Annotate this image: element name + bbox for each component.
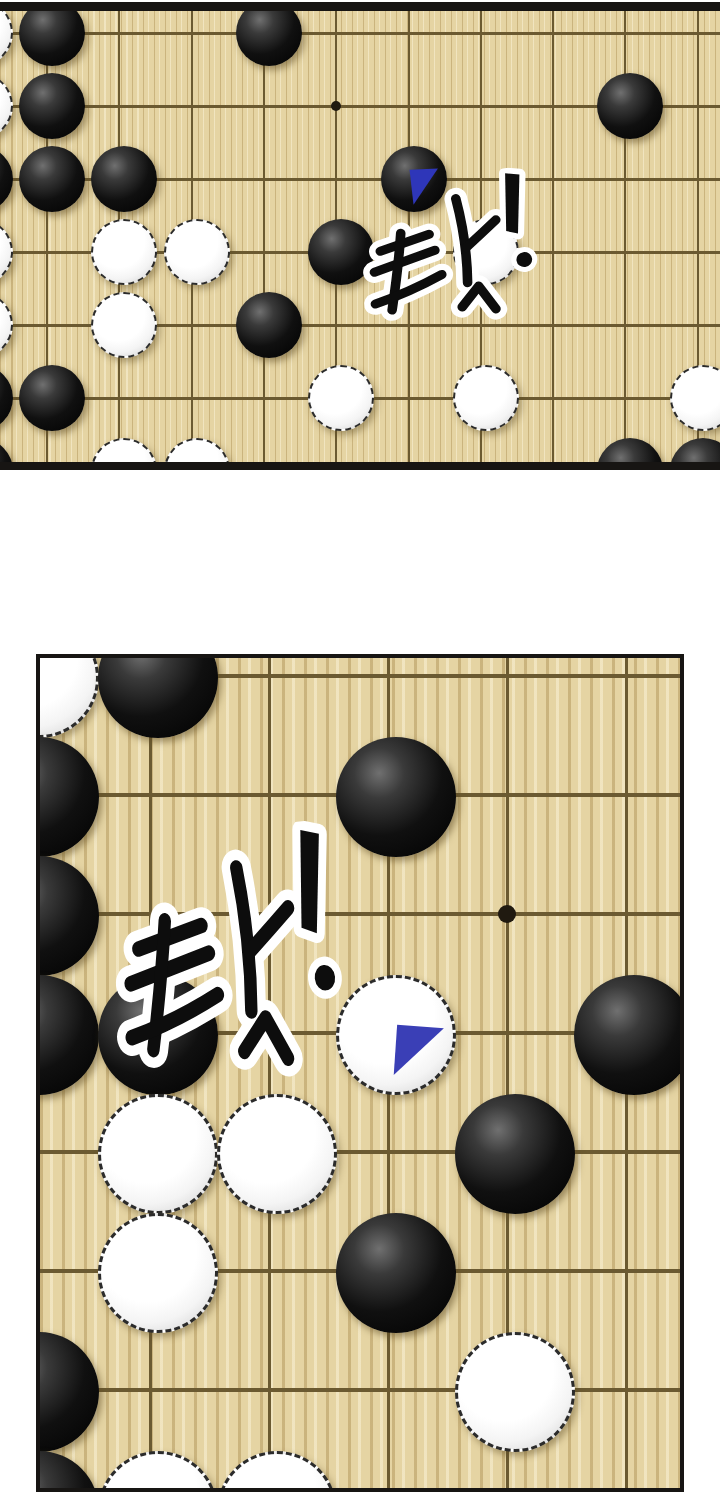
go-stone-white: [98, 1213, 218, 1333]
go-stone-white: [670, 365, 720, 431]
sound-effect-calligraphy: [89, 818, 364, 1110]
go-stone-white: [0, 73, 13, 139]
go-stone-white: [308, 365, 374, 431]
go-stone-black: [574, 975, 680, 1095]
go-stone-white: [91, 292, 157, 358]
go-stone-black: [455, 1094, 575, 1214]
go-stone-white: [455, 1332, 575, 1452]
go-stone-black: [91, 146, 157, 212]
go-stone-black: [19, 146, 85, 212]
go-board: [0, 11, 720, 462]
go-stone-black: [98, 658, 218, 738]
grid-line-vertical: [263, 11, 265, 462]
star-point: [498, 905, 516, 923]
go-stone-black: [597, 73, 663, 139]
go-board-panel-top: [0, 2, 720, 470]
go-stone-black: [40, 975, 99, 1095]
go-stone-black: [19, 73, 85, 139]
grid-line-vertical: [552, 11, 554, 462]
sfx-tak: [342, 164, 554, 347]
go-stone-black: [236, 292, 302, 358]
go-stone-black: [236, 11, 302, 66]
go-stone-black: [19, 365, 85, 431]
go-stone-black: [0, 438, 13, 462]
go-stone-black: [40, 1332, 99, 1452]
sound-effect-calligraphy: [342, 164, 554, 347]
go-stone-white: [0, 292, 13, 358]
go-stone-black: [19, 11, 85, 66]
star-point: [331, 101, 341, 111]
go-stone-white: [164, 438, 230, 462]
go-stone-black: [40, 737, 99, 857]
go-stone-white: [453, 365, 519, 431]
grid-line-horizontal: [0, 32, 720, 35]
go-stone-white: [91, 438, 157, 462]
go-stone-white: [164, 219, 230, 285]
grid-line-horizontal: [40, 1388, 680, 1392]
go-stone-white: [217, 1094, 337, 1214]
go-board-panel-bottom: [36, 654, 684, 1492]
go-stone-black: [336, 1213, 456, 1333]
go-stone-white: [98, 1094, 218, 1214]
go-stone-black: [336, 737, 456, 857]
go-stone-black: [40, 1451, 99, 1488]
go-stone-black: [0, 146, 13, 212]
go-stone-white: [217, 1451, 337, 1488]
go-stone-white: [91, 219, 157, 285]
go-board: [40, 658, 680, 1488]
go-stone-black: [670, 438, 720, 462]
comic-page: [0, 0, 720, 1500]
go-stone-white: [0, 219, 13, 285]
sfx-tak: [89, 818, 364, 1110]
go-stone-white: [40, 658, 99, 738]
go-stone-black: [0, 365, 13, 431]
go-stone-white: [98, 1451, 218, 1488]
go-stone-white: [0, 11, 13, 66]
go-stone-black: [597, 438, 663, 462]
go-stone-black: [40, 856, 99, 976]
